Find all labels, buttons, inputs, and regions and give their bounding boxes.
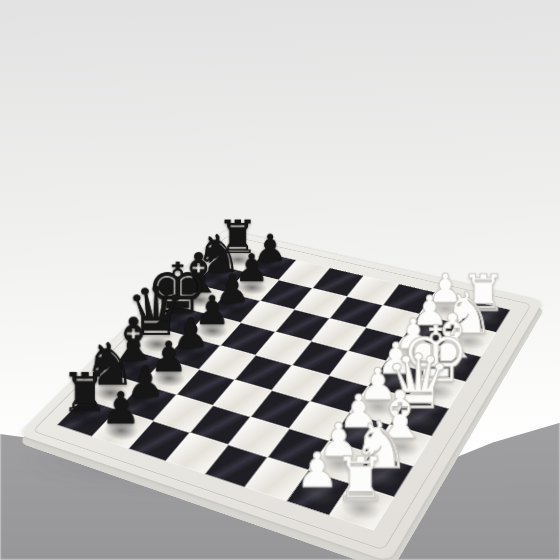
chessboard: ♜♟♟♜♞♟♟♞♝♟♟♝♚♟♟♚♛♟♟♛♝♟♟♝♞♟♟♞♜♟♟♜: [19, 230, 543, 560]
product-photo: ♜♟♟♜♞♟♟♞♝♟♟♝♚♟♟♚♛♟♟♛♝♟♟♝♞♟♟♞♜♟♟♜: [0, 0, 560, 560]
scene: ♜♟♟♜♞♟♟♞♝♟♟♝♚♟♟♚♛♟♟♛♝♟♟♝♞♟♟♞♜♟♟♜: [0, 0, 560, 560]
perspective-camera: ♜♟♟♜♞♟♟♞♝♟♟♝♚♟♟♚♛♟♟♛♝♟♟♝♞♟♟♞♜♟♟♜: [0, 0, 560, 560]
black-pawn: ♟: [101, 387, 141, 431]
chessboard-squares: ♜♟♟♜♞♟♟♞♝♟♟♝♚♟♟♚♛♟♟♛♝♟♟♝♞♟♟♞♜♟♟♜: [57, 245, 511, 530]
white-rook: ♜: [333, 449, 387, 510]
